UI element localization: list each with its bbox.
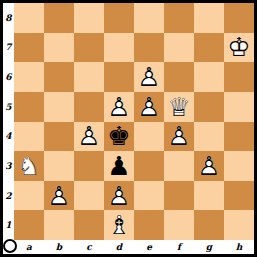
white-piece-p-icon: ♙ (74, 122, 104, 152)
white-p-piece-fill: ♟ (104, 92, 134, 122)
square-d2[interactable]: ♟♙ (104, 181, 134, 211)
file-label-b: b (44, 240, 74, 254)
square-b8[interactable] (44, 3, 74, 33)
square-e1[interactable] (134, 210, 164, 240)
square-e2[interactable] (134, 181, 164, 211)
square-a4[interactable] (14, 122, 44, 152)
square-h1[interactable] (224, 210, 254, 240)
file-label-h: h (224, 240, 254, 254)
white-piece-p-icon: ♙ (104, 92, 134, 122)
rank-label-5: 5 (3, 92, 14, 122)
square-a1[interactable] (14, 210, 44, 240)
square-g3[interactable]: ♟♙ (194, 151, 224, 181)
square-g8[interactable] (194, 3, 224, 33)
square-e7[interactable] (134, 33, 164, 63)
rank-labels: 87654321 (3, 3, 14, 240)
white-piece-b-icon: ♗ (104, 210, 134, 240)
square-b5[interactable] (44, 92, 74, 122)
square-f5[interactable]: ♛♕ (164, 92, 194, 122)
square-a8[interactable] (14, 3, 44, 33)
square-h2[interactable] (224, 181, 254, 211)
file-label-c: c (74, 240, 104, 254)
square-f4[interactable]: ♟♙ (164, 122, 194, 152)
square-g2[interactable] (194, 181, 224, 211)
square-e4[interactable] (134, 122, 164, 152)
white-n-piece-fill: ♞ (14, 151, 44, 181)
square-f1[interactable] (164, 210, 194, 240)
white-p-piece-fill: ♟ (74, 122, 104, 152)
white-p-piece-fill: ♟ (134, 92, 164, 122)
square-d4[interactable]: ♚ (104, 122, 134, 152)
square-c7[interactable] (74, 33, 104, 63)
file-label-a: a (14, 240, 44, 254)
black-piece-p-icon: ♟ (104, 151, 134, 181)
square-h5[interactable] (224, 92, 254, 122)
square-b2[interactable]: ♟♙ (44, 181, 74, 211)
square-d6[interactable] (104, 62, 134, 92)
square-g5[interactable] (194, 92, 224, 122)
white-p-piece-fill: ♟ (134, 62, 164, 92)
square-g7[interactable] (194, 33, 224, 63)
square-c4[interactable]: ♟♙ (74, 122, 104, 152)
white-piece-p-icon: ♙ (164, 122, 194, 152)
square-g1[interactable] (194, 210, 224, 240)
white-p-piece-fill: ♟ (104, 181, 134, 211)
square-c2[interactable] (74, 181, 104, 211)
square-f7[interactable] (164, 33, 194, 63)
square-b7[interactable] (44, 33, 74, 63)
file-label-f: f (164, 240, 194, 254)
white-piece-q-icon: ♕ (164, 92, 194, 122)
white-piece-p-icon: ♙ (134, 92, 164, 122)
square-a5[interactable] (14, 92, 44, 122)
square-a6[interactable] (14, 62, 44, 92)
white-piece-p-icon: ♙ (134, 62, 164, 92)
square-f3[interactable] (164, 151, 194, 181)
square-d8[interactable] (104, 3, 134, 33)
square-g6[interactable] (194, 62, 224, 92)
white-piece-k-icon: ♔ (224, 33, 254, 63)
square-f8[interactable] (164, 3, 194, 33)
square-b3[interactable] (44, 151, 74, 181)
white-p-piece-fill: ♟ (194, 151, 224, 181)
white-p-piece-fill: ♟ (44, 181, 74, 211)
square-a2[interactable] (14, 181, 44, 211)
square-e6[interactable]: ♟♙ (134, 62, 164, 92)
square-c5[interactable] (74, 92, 104, 122)
square-d5[interactable]: ♟♙ (104, 92, 134, 122)
chess-diagram: 87654321 ♚♔♟♙♟♙♟♙♛♕♟♙♚♟♙♞♘♟♟♙♟♙♟♙♝♗ abcd… (0, 0, 257, 257)
white-p-piece-fill: ♟ (164, 122, 194, 152)
square-e3[interactable] (134, 151, 164, 181)
white-piece-p-icon: ♙ (44, 181, 74, 211)
rank-label-6: 6 (3, 62, 14, 92)
black-piece-k-icon: ♚ (104, 122, 134, 152)
square-h7[interactable]: ♚♔ (224, 33, 254, 63)
square-a7[interactable] (14, 33, 44, 63)
square-g4[interactable] (194, 122, 224, 152)
square-c6[interactable] (74, 62, 104, 92)
square-h8[interactable] (224, 3, 254, 33)
file-label-g: g (194, 240, 224, 254)
chess-board[interactable]: ♚♔♟♙♟♙♟♙♛♕♟♙♚♟♙♞♘♟♟♙♟♙♟♙♝♗ (14, 3, 254, 240)
square-d3[interactable]: ♟ (104, 151, 134, 181)
square-a3[interactable]: ♞♘ (14, 151, 44, 181)
rank-label-1: 1 (3, 210, 14, 240)
square-b6[interactable] (44, 62, 74, 92)
square-b1[interactable] (44, 210, 74, 240)
rank-label-7: 7 (3, 33, 14, 63)
file-label-e: e (134, 240, 164, 254)
square-e8[interactable] (134, 3, 164, 33)
square-h4[interactable] (224, 122, 254, 152)
square-h3[interactable] (224, 151, 254, 181)
square-d7[interactable] (104, 33, 134, 63)
square-e5[interactable]: ♟♙ (134, 92, 164, 122)
square-c3[interactable] (74, 151, 104, 181)
square-h6[interactable] (224, 62, 254, 92)
rank-label-8: 8 (3, 3, 14, 33)
square-d1[interactable]: ♝♗ (104, 210, 134, 240)
rank-label-2: 2 (3, 181, 14, 211)
square-c8[interactable] (74, 3, 104, 33)
white-piece-n-icon: ♘ (14, 151, 44, 181)
square-f6[interactable] (164, 62, 194, 92)
file-label-d: d (104, 240, 134, 254)
square-f2[interactable] (164, 181, 194, 211)
white-piece-p-icon: ♙ (194, 151, 224, 181)
square-b4[interactable] (44, 122, 74, 152)
white-k-piece-fill: ♚ (224, 33, 254, 63)
square-c1[interactable] (74, 210, 104, 240)
rank-label-3: 3 (3, 151, 14, 181)
white-q-piece-fill: ♛ (164, 92, 194, 122)
rank-label-4: 4 (3, 122, 14, 152)
file-labels: abcdefgh (14, 240, 254, 254)
white-b-piece-fill: ♝ (104, 210, 134, 240)
white-to-move-indicator (3, 239, 17, 253)
white-piece-p-icon: ♙ (104, 181, 134, 211)
